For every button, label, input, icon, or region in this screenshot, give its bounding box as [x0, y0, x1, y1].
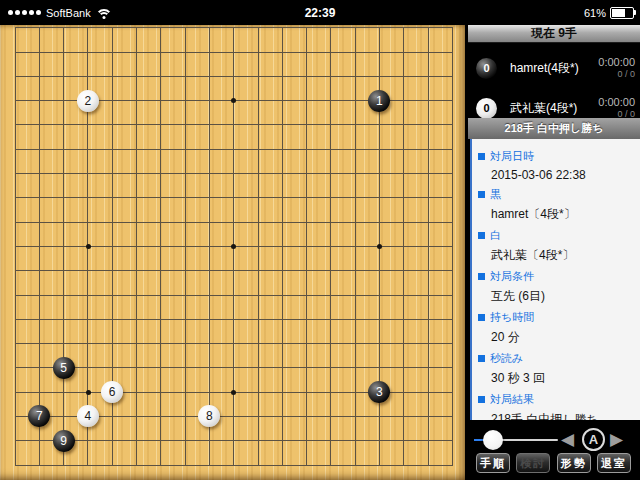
board-point-P19[interactable]: [343, 25, 367, 40]
board-point-O16[interactable]: [319, 88, 343, 112]
board-point-L17[interactable]: [246, 64, 270, 88]
board-point-L1[interactable]: [246, 453, 270, 477]
board-point-A8[interactable]: [3, 283, 27, 307]
board-point-D14[interactable]: [76, 137, 100, 161]
prev-move-button[interactable]: ◀: [561, 431, 574, 448]
board-point-T16[interactable]: [440, 88, 464, 112]
board-point-L7[interactable]: [246, 307, 270, 331]
board-point-L12[interactable]: [246, 186, 270, 210]
board-point-O11[interactable]: [319, 210, 343, 234]
board-point-O6[interactable]: [319, 331, 343, 355]
board-point-S8[interactable]: [416, 283, 440, 307]
board-point-A14[interactable]: [3, 137, 27, 161]
board-point-H1[interactable]: [173, 453, 197, 477]
board-point-R14[interactable]: [392, 137, 416, 161]
board-point-C4[interactable]: [51, 380, 75, 404]
board-point-N7[interactable]: [294, 307, 318, 331]
board-point-Q15[interactable]: [367, 113, 391, 137]
board-point-Q4[interactable]: 3: [367, 380, 391, 404]
board-point-K6[interactable]: [222, 331, 246, 355]
board-point-B3[interactable]: 7: [27, 404, 51, 428]
board-point-F9[interactable]: [124, 259, 148, 283]
board-point-A5[interactable]: [3, 356, 27, 380]
board-point-L2[interactable]: [246, 429, 270, 453]
board-point-M14[interactable]: [270, 137, 294, 161]
board-point-Q7[interactable]: [367, 307, 391, 331]
board-point-M12[interactable]: [270, 186, 294, 210]
board-point-E6[interactable]: [100, 331, 124, 355]
board-point-T17[interactable]: [440, 64, 464, 88]
board-point-P17[interactable]: [343, 64, 367, 88]
board-point-O5[interactable]: [319, 356, 343, 380]
board-point-G11[interactable]: [149, 210, 173, 234]
board-point-S4[interactable]: [416, 380, 440, 404]
board-point-F4[interactable]: [124, 380, 148, 404]
board-point-R16[interactable]: [392, 88, 416, 112]
board-point-O13[interactable]: [319, 161, 343, 185]
board-point-Q12[interactable]: [367, 186, 391, 210]
board-point-J7[interactable]: [197, 307, 221, 331]
board-point-M4[interactable]: [270, 380, 294, 404]
board-point-J6[interactable]: [197, 331, 221, 355]
board-point-G6[interactable]: [149, 331, 173, 355]
board-point-J14[interactable]: [197, 137, 221, 161]
board-point-H3[interactable]: [173, 404, 197, 428]
board-point-C18[interactable]: [51, 40, 75, 64]
board-point-H18[interactable]: [173, 40, 197, 64]
board-point-H5[interactable]: [173, 356, 197, 380]
estimate-button[interactable]: 形勢: [557, 453, 591, 473]
board-point-L4[interactable]: [246, 380, 270, 404]
board-point-H17[interactable]: [173, 64, 197, 88]
board-point-R9[interactable]: [392, 259, 416, 283]
board-point-G19[interactable]: [149, 25, 173, 40]
board-point-B8[interactable]: [27, 283, 51, 307]
board-point-E11[interactable]: [100, 210, 124, 234]
board-point-B15[interactable]: [27, 113, 51, 137]
board-point-H13[interactable]: [173, 161, 197, 185]
board-point-N2[interactable]: [294, 429, 318, 453]
board-point-S5[interactable]: [416, 356, 440, 380]
board-point-L6[interactable]: [246, 331, 270, 355]
board-point-O7[interactable]: [319, 307, 343, 331]
board-point-P18[interactable]: [343, 40, 367, 64]
board-point-T7[interactable]: [440, 307, 464, 331]
board-point-S16[interactable]: [416, 88, 440, 112]
board-point-E16[interactable]: [100, 88, 124, 112]
board-point-M7[interactable]: [270, 307, 294, 331]
board-point-R3[interactable]: [392, 404, 416, 428]
board-point-H15[interactable]: [173, 113, 197, 137]
board-point-J18[interactable]: [197, 40, 221, 64]
review-button[interactable]: 検討: [516, 453, 550, 473]
board-point-P14[interactable]: [343, 137, 367, 161]
board-point-P8[interactable]: [343, 283, 367, 307]
board-point-E7[interactable]: [100, 307, 124, 331]
board-point-N11[interactable]: [294, 210, 318, 234]
board-point-L9[interactable]: [246, 259, 270, 283]
board-point-P7[interactable]: [343, 307, 367, 331]
board-point-Q18[interactable]: [367, 40, 391, 64]
board-point-R12[interactable]: [392, 186, 416, 210]
board-point-S15[interactable]: [416, 113, 440, 137]
board-point-L15[interactable]: [246, 113, 270, 137]
board-point-Q19[interactable]: [367, 25, 391, 40]
board-point-N16[interactable]: [294, 88, 318, 112]
board-point-E5[interactable]: [100, 356, 124, 380]
board-point-B13[interactable]: [27, 161, 51, 185]
board-point-O14[interactable]: [319, 137, 343, 161]
board-point-F12[interactable]: [124, 186, 148, 210]
board-point-E17[interactable]: [100, 64, 124, 88]
board-point-P1[interactable]: [343, 453, 367, 477]
board-point-B2[interactable]: [27, 429, 51, 453]
board-point-E3[interactable]: [100, 404, 124, 428]
board-point-B17[interactable]: [27, 64, 51, 88]
board-point-R18[interactable]: [392, 40, 416, 64]
board-point-N5[interactable]: [294, 356, 318, 380]
board-point-R13[interactable]: [392, 161, 416, 185]
board-point-E18[interactable]: [100, 40, 124, 64]
board-point-K3[interactable]: [222, 404, 246, 428]
board-point-F5[interactable]: [124, 356, 148, 380]
board-point-G1[interactable]: [149, 453, 173, 477]
board-point-M18[interactable]: [270, 40, 294, 64]
board-point-G7[interactable]: [149, 307, 173, 331]
board-point-O17[interactable]: [319, 64, 343, 88]
board-point-P15[interactable]: [343, 113, 367, 137]
board-point-B9[interactable]: [27, 259, 51, 283]
board-point-T5[interactable]: [440, 356, 464, 380]
board-point-M9[interactable]: [270, 259, 294, 283]
board-point-K5[interactable]: [222, 356, 246, 380]
board-point-D9[interactable]: [76, 259, 100, 283]
board-point-G17[interactable]: [149, 64, 173, 88]
board-point-A18[interactable]: [3, 40, 27, 64]
board-point-O8[interactable]: [319, 283, 343, 307]
board-point-R4[interactable]: [392, 380, 416, 404]
board-point-G4[interactable]: [149, 380, 173, 404]
board-point-R11[interactable]: [392, 210, 416, 234]
board-point-F10[interactable]: [124, 234, 148, 258]
board-point-E1[interactable]: [100, 453, 124, 477]
board-point-H2[interactable]: [173, 429, 197, 453]
board-point-H7[interactable]: [173, 307, 197, 331]
board-point-R10[interactable]: [392, 234, 416, 258]
board-point-H11[interactable]: [173, 210, 197, 234]
board-point-K9[interactable]: [222, 259, 246, 283]
board-point-E8[interactable]: [100, 283, 124, 307]
board-point-A9[interactable]: [3, 259, 27, 283]
board-point-S19[interactable]: [416, 25, 440, 40]
board-point-K16[interactable]: [222, 88, 246, 112]
board-point-O4[interactable]: [319, 380, 343, 404]
board-point-R19[interactable]: [392, 25, 416, 40]
board-point-G3[interactable]: [149, 404, 173, 428]
board-point-N12[interactable]: [294, 186, 318, 210]
board-point-B1[interactable]: [27, 453, 51, 477]
board-point-E2[interactable]: [100, 429, 124, 453]
board-point-C12[interactable]: [51, 186, 75, 210]
board-point-C14[interactable]: [51, 137, 75, 161]
board-point-A16[interactable]: [3, 88, 27, 112]
board-point-Q16[interactable]: 1: [367, 88, 391, 112]
board-point-C15[interactable]: [51, 113, 75, 137]
board-point-N3[interactable]: [294, 404, 318, 428]
board-point-A11[interactable]: [3, 210, 27, 234]
board-point-L11[interactable]: [246, 210, 270, 234]
board-point-A2[interactable]: [3, 429, 27, 453]
board-point-G18[interactable]: [149, 40, 173, 64]
board-point-E12[interactable]: [100, 186, 124, 210]
board-point-P16[interactable]: [343, 88, 367, 112]
board-point-M6[interactable]: [270, 331, 294, 355]
board-point-D16[interactable]: 2: [76, 88, 100, 112]
board-point-D13[interactable]: [76, 161, 100, 185]
board-point-F7[interactable]: [124, 307, 148, 331]
board-point-K7[interactable]: [222, 307, 246, 331]
board-point-M3[interactable]: [270, 404, 294, 428]
board-point-A13[interactable]: [3, 161, 27, 185]
board-point-H14[interactable]: [173, 137, 197, 161]
board-point-D19[interactable]: [76, 25, 100, 40]
board-point-Q14[interactable]: [367, 137, 391, 161]
board-point-B11[interactable]: [27, 210, 51, 234]
board-point-N4[interactable]: [294, 380, 318, 404]
board-point-C2[interactable]: 9: [51, 429, 75, 453]
board-point-F18[interactable]: [124, 40, 148, 64]
board-point-H4[interactable]: [173, 380, 197, 404]
go-board[interactable]: 215637489: [0, 25, 465, 480]
board-point-J12[interactable]: [197, 186, 221, 210]
board-point-J10[interactable]: [197, 234, 221, 258]
board-point-R7[interactable]: [392, 307, 416, 331]
board-point-S3[interactable]: [416, 404, 440, 428]
board-point-A3[interactable]: [3, 404, 27, 428]
board-point-H19[interactable]: [173, 25, 197, 40]
board-point-N8[interactable]: [294, 283, 318, 307]
board-point-N6[interactable]: [294, 331, 318, 355]
board-point-F13[interactable]: [124, 161, 148, 185]
board-point-K14[interactable]: [222, 137, 246, 161]
board-point-J3[interactable]: 8: [197, 404, 221, 428]
board-point-C3[interactable]: [51, 404, 75, 428]
board-point-C6[interactable]: [51, 331, 75, 355]
board-point-H12[interactable]: [173, 186, 197, 210]
board-point-S18[interactable]: [416, 40, 440, 64]
board-point-C19[interactable]: [51, 25, 75, 40]
board-point-B6[interactable]: [27, 331, 51, 355]
move-order-button[interactable]: 手順: [476, 453, 510, 473]
board-point-Q3[interactable]: [367, 404, 391, 428]
board-point-T19[interactable]: [440, 25, 464, 40]
board-point-F6[interactable]: [124, 331, 148, 355]
board-point-P4[interactable]: [343, 380, 367, 404]
board-point-P2[interactable]: [343, 429, 367, 453]
board-point-T6[interactable]: [440, 331, 464, 355]
board-point-O1[interactable]: [319, 453, 343, 477]
board-point-G8[interactable]: [149, 283, 173, 307]
board-point-D1[interactable]: [76, 453, 100, 477]
board-point-O18[interactable]: [319, 40, 343, 64]
board-point-M13[interactable]: [270, 161, 294, 185]
board-point-J5[interactable]: [197, 356, 221, 380]
board-point-C16[interactable]: [51, 88, 75, 112]
board-point-H10[interactable]: [173, 234, 197, 258]
board-point-J13[interactable]: [197, 161, 221, 185]
board-point-A10[interactable]: [3, 234, 27, 258]
board-point-T12[interactable]: [440, 186, 464, 210]
board-point-M19[interactable]: [270, 25, 294, 40]
board-point-M1[interactable]: [270, 453, 294, 477]
board-point-A12[interactable]: [3, 186, 27, 210]
board-point-S1[interactable]: [416, 453, 440, 477]
board-point-N13[interactable]: [294, 161, 318, 185]
board-point-K13[interactable]: [222, 161, 246, 185]
board-point-S17[interactable]: [416, 64, 440, 88]
board-point-N10[interactable]: [294, 234, 318, 258]
board-point-E15[interactable]: [100, 113, 124, 137]
board-point-M10[interactable]: [270, 234, 294, 258]
board-point-O19[interactable]: [319, 25, 343, 40]
board-point-G12[interactable]: [149, 186, 173, 210]
board-point-N19[interactable]: [294, 25, 318, 40]
board-point-P3[interactable]: [343, 404, 367, 428]
board-point-G9[interactable]: [149, 259, 173, 283]
board-point-J9[interactable]: [197, 259, 221, 283]
board-point-R5[interactable]: [392, 356, 416, 380]
board-point-Q5[interactable]: [367, 356, 391, 380]
board-point-M16[interactable]: [270, 88, 294, 112]
board-point-L5[interactable]: [246, 356, 270, 380]
board-point-D17[interactable]: [76, 64, 100, 88]
board-point-D4[interactable]: [76, 380, 100, 404]
board-point-T14[interactable]: [440, 137, 464, 161]
board-point-Q8[interactable]: [367, 283, 391, 307]
board-point-T11[interactable]: [440, 210, 464, 234]
board-point-D3[interactable]: 4: [76, 404, 100, 428]
move-slider[interactable]: [474, 430, 558, 450]
board-point-Q9[interactable]: [367, 259, 391, 283]
board-point-J2[interactable]: [197, 429, 221, 453]
board-point-K11[interactable]: [222, 210, 246, 234]
board-point-M11[interactable]: [270, 210, 294, 234]
board-point-Q6[interactable]: [367, 331, 391, 355]
board-point-Q10[interactable]: [367, 234, 391, 258]
board-point-L8[interactable]: [246, 283, 270, 307]
board-point-C13[interactable]: [51, 161, 75, 185]
board-point-E10[interactable]: [100, 234, 124, 258]
board-point-G5[interactable]: [149, 356, 173, 380]
board-point-Q17[interactable]: [367, 64, 391, 88]
board-point-G10[interactable]: [149, 234, 173, 258]
board-point-O9[interactable]: [319, 259, 343, 283]
board-point-B7[interactable]: [27, 307, 51, 331]
board-point-S9[interactable]: [416, 259, 440, 283]
board-point-D6[interactable]: [76, 331, 100, 355]
board-point-Q11[interactable]: [367, 210, 391, 234]
board-point-T18[interactable]: [440, 40, 464, 64]
board-point-B14[interactable]: [27, 137, 51, 161]
board-point-F14[interactable]: [124, 137, 148, 161]
board-point-S11[interactable]: [416, 210, 440, 234]
board-point-J15[interactable]: [197, 113, 221, 137]
slider-thumb[interactable]: [483, 430, 503, 450]
board-point-C10[interactable]: [51, 234, 75, 258]
board-point-G2[interactable]: [149, 429, 173, 453]
board-point-R8[interactable]: [392, 283, 416, 307]
board-point-A1[interactable]: [3, 453, 27, 477]
board-point-F2[interactable]: [124, 429, 148, 453]
board-point-B12[interactable]: [27, 186, 51, 210]
board-point-A4[interactable]: [3, 380, 27, 404]
board-point-N1[interactable]: [294, 453, 318, 477]
board-point-F16[interactable]: [124, 88, 148, 112]
board-point-P9[interactable]: [343, 259, 367, 283]
board-point-P13[interactable]: [343, 161, 367, 185]
board-point-P11[interactable]: [343, 210, 367, 234]
board-point-L19[interactable]: [246, 25, 270, 40]
board-point-G14[interactable]: [149, 137, 173, 161]
board-point-E19[interactable]: [100, 25, 124, 40]
board-point-T10[interactable]: [440, 234, 464, 258]
board-point-K17[interactable]: [222, 64, 246, 88]
board-point-T13[interactable]: [440, 161, 464, 185]
board-point-C8[interactable]: [51, 283, 75, 307]
board-point-L14[interactable]: [246, 137, 270, 161]
board-point-J8[interactable]: [197, 283, 221, 307]
board-point-D11[interactable]: [76, 210, 100, 234]
board-point-E4[interactable]: 6: [100, 380, 124, 404]
board-point-T15[interactable]: [440, 113, 464, 137]
board-point-P5[interactable]: [343, 356, 367, 380]
board-point-K18[interactable]: [222, 40, 246, 64]
board-point-K12[interactable]: [222, 186, 246, 210]
board-point-A7[interactable]: [3, 307, 27, 331]
board-point-J1[interactable]: [197, 453, 221, 477]
board-point-S10[interactable]: [416, 234, 440, 258]
board-point-F15[interactable]: [124, 113, 148, 137]
board-point-G15[interactable]: [149, 113, 173, 137]
auto-play-button[interactable]: A: [582, 428, 605, 451]
board-point-S2[interactable]: [416, 429, 440, 453]
board-point-J19[interactable]: [197, 25, 221, 40]
board-point-D12[interactable]: [76, 186, 100, 210]
board-point-C7[interactable]: [51, 307, 75, 331]
board-point-M2[interactable]: [270, 429, 294, 453]
board-point-Q1[interactable]: [367, 453, 391, 477]
board-point-M15[interactable]: [270, 113, 294, 137]
board-point-T3[interactable]: [440, 404, 464, 428]
board-point-F11[interactable]: [124, 210, 148, 234]
board-point-B16[interactable]: [27, 88, 51, 112]
board-point-C9[interactable]: [51, 259, 75, 283]
board-point-B10[interactable]: [27, 234, 51, 258]
board-point-R15[interactable]: [392, 113, 416, 137]
board-point-M17[interactable]: [270, 64, 294, 88]
board-point-R1[interactable]: [392, 453, 416, 477]
board-point-L16[interactable]: [246, 88, 270, 112]
board-point-N9[interactable]: [294, 259, 318, 283]
board-point-M5[interactable]: [270, 356, 294, 380]
board-point-B19[interactable]: [27, 25, 51, 40]
board-point-L18[interactable]: [246, 40, 270, 64]
board-point-O15[interactable]: [319, 113, 343, 137]
board-point-F3[interactable]: [124, 404, 148, 428]
board-point-T2[interactable]: [440, 429, 464, 453]
next-move-button[interactable]: ▶: [610, 431, 623, 448]
board-point-S14[interactable]: [416, 137, 440, 161]
